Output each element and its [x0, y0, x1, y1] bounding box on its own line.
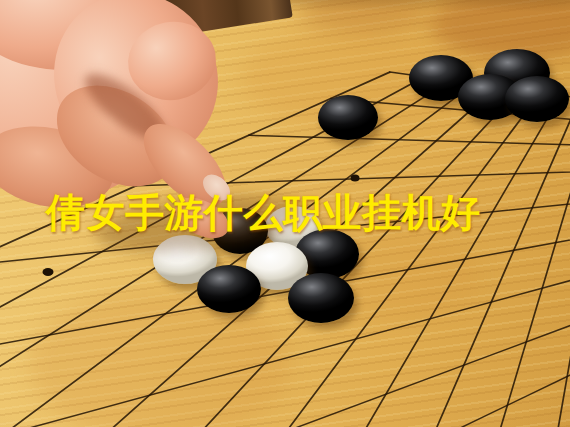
board-grid-lines: [0, 0, 570, 427]
star-point: [351, 175, 360, 182]
go-photo-scene: 倩女手游什么职业挂机好: [0, 0, 570, 427]
star-point: [43, 268, 54, 276]
